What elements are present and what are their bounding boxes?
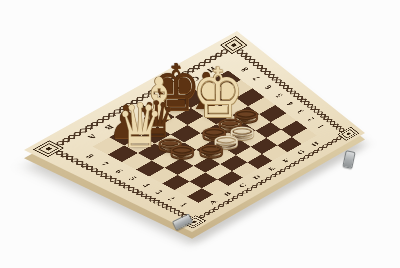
clasp-front-right — [342, 150, 355, 169]
checker-dark-6-shadow — [202, 153, 220, 159]
clasp-front-left — [172, 213, 193, 230]
chess-piece-light-queen: ♛ — [117, 95, 163, 156]
checker-dark-5-shadow — [173, 154, 191, 160]
board-photo-scene: 8765432187654321ABCDEFGHHGFEDCBA ♟♛♛♝♚♝♚… — [0, 0, 400, 268]
piece-layer: ♟♛♛♝♚♝♚⛂⛂⛂⛂⛂⛂⛂⛂ — [0, 0, 400, 268]
